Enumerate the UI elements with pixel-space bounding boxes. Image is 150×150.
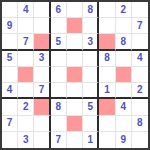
sudoku-cell[interactable] xyxy=(34,67,50,83)
clue-digit: 4 xyxy=(120,102,126,112)
sudoku-cell[interactable]: 8 xyxy=(99,51,115,67)
sudoku-cell[interactable]: 3 xyxy=(83,34,99,50)
clue-digit: 4 xyxy=(137,53,143,63)
sudoku-cell[interactable]: 8 xyxy=(83,2,99,18)
clue-digit: 7 xyxy=(39,85,45,95)
sudoku-cell[interactable] xyxy=(67,2,83,18)
sudoku-cell[interactable] xyxy=(116,51,132,67)
sudoku-cell[interactable]: 7 xyxy=(51,132,67,148)
sudoku-cell-highlighted[interactable] xyxy=(116,67,132,83)
sudoku-cell[interactable] xyxy=(99,132,115,148)
sudoku-cell-highlighted[interactable] xyxy=(99,34,115,50)
sudoku-cell[interactable]: 6 xyxy=(51,2,67,18)
sudoku-cell[interactable] xyxy=(18,51,34,67)
sudoku-cell[interactable] xyxy=(2,132,18,148)
sudoku-cell[interactable] xyxy=(2,99,18,115)
clue-digit: 7 xyxy=(137,21,143,31)
sudoku-cell[interactable] xyxy=(2,2,18,18)
sudoku-cell[interactable] xyxy=(132,67,148,83)
sudoku-cell[interactable]: 8 xyxy=(51,99,67,115)
clue-digit: 5 xyxy=(87,102,93,112)
sudoku-cell[interactable] xyxy=(132,34,148,50)
clue-digit: 4 xyxy=(7,85,13,95)
sudoku-cell[interactable]: 7 xyxy=(18,34,34,50)
sudoku-cell[interactable] xyxy=(34,132,50,148)
sudoku-cell[interactable] xyxy=(132,132,148,148)
sudoku-cell[interactable] xyxy=(83,67,99,83)
sudoku-cell-highlighted[interactable] xyxy=(67,67,83,83)
sudoku-cell[interactable]: 2 xyxy=(132,83,148,99)
clue-digit: 3 xyxy=(87,37,93,47)
sudoku-cell[interactable]: 3 xyxy=(34,51,50,67)
clue-digit: 9 xyxy=(7,21,13,31)
clue-digit: 7 xyxy=(23,37,29,47)
sudoku-cell[interactable] xyxy=(99,116,115,132)
clue-digit: 3 xyxy=(39,53,45,63)
sudoku-cell[interactable] xyxy=(18,116,34,132)
sudoku-cell[interactable] xyxy=(51,51,67,67)
sudoku-cell-highlighted[interactable] xyxy=(34,99,50,115)
sudoku-cell[interactable]: 2 xyxy=(18,99,34,115)
sudoku-cell[interactable] xyxy=(83,51,99,67)
sudoku-cell[interactable] xyxy=(2,34,18,50)
sudoku-cell[interactable] xyxy=(116,116,132,132)
sudoku-cell[interactable] xyxy=(51,18,67,34)
clue-digit: 8 xyxy=(87,5,93,15)
clue-digit: 7 xyxy=(7,118,13,128)
sudoku-cell[interactable] xyxy=(51,83,67,99)
clue-digit: 9 xyxy=(120,135,126,145)
sudoku-cell[interactable] xyxy=(116,83,132,99)
sudoku-cell[interactable] xyxy=(67,99,83,115)
sudoku-cell[interactable]: 4 xyxy=(116,99,132,115)
sudoku-cell[interactable] xyxy=(83,116,99,132)
sudoku-cell[interactable]: 5 xyxy=(83,99,99,115)
sudoku-cell[interactable] xyxy=(116,18,132,34)
sudoku-cell[interactable]: 7 xyxy=(132,18,148,34)
sudoku-cell[interactable]: 9 xyxy=(116,132,132,148)
clue-digit: 4 xyxy=(23,5,29,15)
sudoku-cell[interactable] xyxy=(132,2,148,18)
clue-digit: 1 xyxy=(87,135,93,145)
sudoku-cell[interactable] xyxy=(51,116,67,132)
sudoku-cell[interactable] xyxy=(34,18,50,34)
sudoku-cell-highlighted[interactable] xyxy=(67,18,83,34)
sudoku-board: 4682977538538447122854783719 xyxy=(0,0,150,150)
sudoku-cell[interactable]: 8 xyxy=(132,116,148,132)
sudoku-cell[interactable]: 7 xyxy=(2,116,18,132)
sudoku-cell[interactable]: 7 xyxy=(34,83,50,99)
sudoku-cell[interactable] xyxy=(83,18,99,34)
sudoku-cell[interactable] xyxy=(34,2,50,18)
sudoku-cell[interactable]: 1 xyxy=(99,83,115,99)
sudoku-cell-highlighted[interactable] xyxy=(18,67,34,83)
clue-digit: 2 xyxy=(137,85,143,95)
sudoku-cell[interactable]: 1 xyxy=(83,132,99,148)
sudoku-cell[interactable] xyxy=(99,2,115,18)
clue-digit: 5 xyxy=(55,37,61,47)
clue-digit: 2 xyxy=(23,102,29,112)
clue-digit: 7 xyxy=(55,135,61,145)
clue-digit: 3 xyxy=(23,135,29,145)
sudoku-cell[interactable] xyxy=(51,67,67,83)
sudoku-cell-highlighted[interactable] xyxy=(34,34,50,50)
sudoku-cell[interactable] xyxy=(2,67,18,83)
sudoku-cell[interactable] xyxy=(18,18,34,34)
sudoku-cell[interactable]: 9 xyxy=(2,18,18,34)
sudoku-cell[interactable] xyxy=(18,83,34,99)
sudoku-cell[interactable] xyxy=(67,83,83,99)
sudoku-cell[interactable] xyxy=(67,132,83,148)
sudoku-cell[interactable]: 3 xyxy=(18,132,34,148)
clue-digit: 5 xyxy=(7,53,13,63)
sudoku-cell-highlighted[interactable] xyxy=(67,116,83,132)
sudoku-cell-highlighted[interactable] xyxy=(99,99,115,115)
clue-digit: 6 xyxy=(55,5,61,15)
sudoku-cell[interactable]: 4 xyxy=(132,51,148,67)
clue-digit: 1 xyxy=(104,85,110,95)
clue-digit: 8 xyxy=(137,118,143,128)
sudoku-cell[interactable]: 5 xyxy=(51,34,67,50)
sudoku-cell[interactable]: 4 xyxy=(2,83,18,99)
clue-digit: 8 xyxy=(104,53,110,63)
sudoku-cell[interactable]: 5 xyxy=(2,51,18,67)
sudoku-cell[interactable]: 4 xyxy=(18,2,34,18)
sudoku-cell[interactable]: 2 xyxy=(116,2,132,18)
sudoku-cell[interactable] xyxy=(34,116,50,132)
sudoku-cell[interactable] xyxy=(99,18,115,34)
sudoku-cell[interactable] xyxy=(132,99,148,115)
clue-digit: 8 xyxy=(55,102,61,112)
clue-digit: 8 xyxy=(120,37,126,47)
sudoku-cell[interactable] xyxy=(67,51,83,67)
sudoku-cell[interactable] xyxy=(83,83,99,99)
sudoku-cell[interactable] xyxy=(99,67,115,83)
sudoku-cell[interactable] xyxy=(67,34,83,50)
sudoku-cell[interactable]: 8 xyxy=(116,34,132,50)
clue-digit: 2 xyxy=(120,5,126,15)
